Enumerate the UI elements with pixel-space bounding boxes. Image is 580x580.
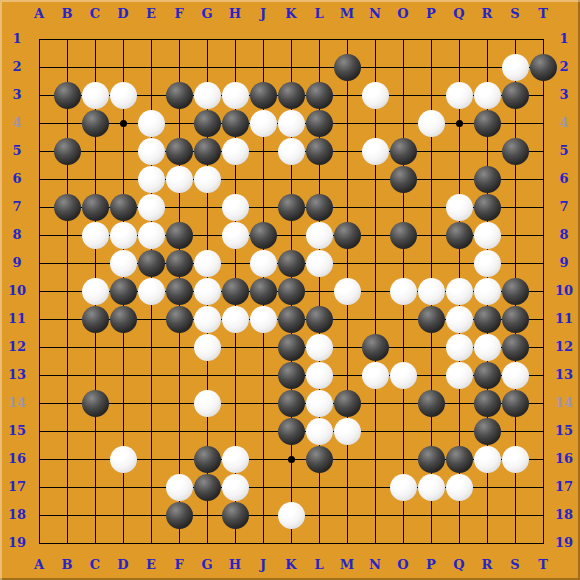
point-L9[interactable] (305, 249, 333, 277)
point-J11[interactable] (249, 305, 277, 333)
point-C8[interactable] (81, 221, 109, 249)
point-J4[interactable] (249, 109, 277, 137)
point-O15[interactable] (389, 417, 417, 445)
point-H17[interactable] (221, 473, 249, 501)
point-A14[interactable] (25, 389, 53, 417)
point-P19[interactable] (417, 529, 445, 557)
point-Q1[interactable] (445, 25, 473, 53)
point-O11[interactable] (389, 305, 417, 333)
point-M11[interactable] (333, 305, 361, 333)
point-H2[interactable] (221, 53, 249, 81)
point-C6[interactable] (81, 165, 109, 193)
point-N1[interactable] (361, 25, 389, 53)
point-O3[interactable] (389, 81, 417, 109)
point-C17[interactable] (81, 473, 109, 501)
point-G2[interactable] (193, 53, 221, 81)
point-A19[interactable] (25, 529, 53, 557)
point-Q19[interactable] (445, 529, 473, 557)
point-H19[interactable] (221, 529, 249, 557)
point-J14[interactable] (249, 389, 277, 417)
point-Q4[interactable] (445, 109, 473, 137)
point-A13[interactable] (25, 361, 53, 389)
point-K10[interactable] (277, 277, 305, 305)
point-R16[interactable] (473, 445, 501, 473)
point-B19[interactable] (53, 529, 81, 557)
point-N5[interactable] (361, 137, 389, 165)
point-L13[interactable] (305, 361, 333, 389)
point-R10[interactable] (473, 277, 501, 305)
point-M7[interactable] (333, 193, 361, 221)
point-N2[interactable] (361, 53, 389, 81)
point-C13[interactable] (81, 361, 109, 389)
point-N12[interactable] (361, 333, 389, 361)
point-L15[interactable] (305, 417, 333, 445)
point-L3[interactable] (305, 81, 333, 109)
point-E12[interactable] (137, 333, 165, 361)
point-D12[interactable] (109, 333, 137, 361)
point-A17[interactable] (25, 473, 53, 501)
point-A1[interactable] (25, 25, 53, 53)
point-C10[interactable] (81, 277, 109, 305)
point-Q18[interactable] (445, 501, 473, 529)
point-M4[interactable] (333, 109, 361, 137)
point-K4[interactable] (277, 109, 305, 137)
point-D18[interactable] (109, 501, 137, 529)
point-C5[interactable] (81, 137, 109, 165)
point-K9[interactable] (277, 249, 305, 277)
point-E15[interactable] (137, 417, 165, 445)
point-N19[interactable] (361, 529, 389, 557)
point-M18[interactable] (333, 501, 361, 529)
point-E16[interactable] (137, 445, 165, 473)
point-C18[interactable] (81, 501, 109, 529)
point-R2[interactable] (473, 53, 501, 81)
point-F18[interactable] (165, 501, 193, 529)
point-F14[interactable] (165, 389, 193, 417)
point-E4[interactable] (137, 109, 165, 137)
point-F8[interactable] (165, 221, 193, 249)
point-J1[interactable] (249, 25, 277, 53)
point-E5[interactable] (137, 137, 165, 165)
point-M17[interactable] (333, 473, 361, 501)
point-H15[interactable] (221, 417, 249, 445)
point-R13[interactable] (473, 361, 501, 389)
point-P6[interactable] (417, 165, 445, 193)
point-D19[interactable] (109, 529, 137, 557)
point-B5[interactable] (53, 137, 81, 165)
point-R19[interactable] (473, 529, 501, 557)
point-K3[interactable] (277, 81, 305, 109)
point-G7[interactable] (193, 193, 221, 221)
point-E10[interactable] (137, 277, 165, 305)
point-B16[interactable] (53, 445, 81, 473)
point-H14[interactable] (221, 389, 249, 417)
point-M9[interactable] (333, 249, 361, 277)
point-G16[interactable] (193, 445, 221, 473)
point-G1[interactable] (193, 25, 221, 53)
point-E3[interactable] (137, 81, 165, 109)
point-J3[interactable] (249, 81, 277, 109)
point-L8[interactable] (305, 221, 333, 249)
point-J9[interactable] (249, 249, 277, 277)
point-Q5[interactable] (445, 137, 473, 165)
point-Q14[interactable] (445, 389, 473, 417)
point-Q7[interactable] (445, 193, 473, 221)
point-Q2[interactable] (445, 53, 473, 81)
point-H4[interactable] (221, 109, 249, 137)
point-M13[interactable] (333, 361, 361, 389)
point-G9[interactable] (193, 249, 221, 277)
point-S19[interactable] (501, 529, 529, 557)
point-A10[interactable] (25, 277, 53, 305)
point-K7[interactable] (277, 193, 305, 221)
point-O19[interactable] (389, 529, 417, 557)
point-R5[interactable] (473, 137, 501, 165)
point-L6[interactable] (305, 165, 333, 193)
point-L14[interactable] (305, 389, 333, 417)
point-F19[interactable] (165, 529, 193, 557)
point-S13[interactable] (501, 361, 529, 389)
point-P17[interactable] (417, 473, 445, 501)
point-N11[interactable] (361, 305, 389, 333)
point-K16[interactable] (277, 445, 305, 473)
point-H8[interactable] (221, 221, 249, 249)
point-Q17[interactable] (445, 473, 473, 501)
point-A18[interactable] (25, 501, 53, 529)
point-S15[interactable] (501, 417, 529, 445)
point-L4[interactable] (305, 109, 333, 137)
point-S17[interactable] (501, 473, 529, 501)
point-M15[interactable] (333, 417, 361, 445)
point-P2[interactable] (417, 53, 445, 81)
point-P5[interactable] (417, 137, 445, 165)
point-H12[interactable] (221, 333, 249, 361)
point-H7[interactable] (221, 193, 249, 221)
point-H6[interactable] (221, 165, 249, 193)
point-N6[interactable] (361, 165, 389, 193)
point-S9[interactable] (501, 249, 529, 277)
point-R15[interactable] (473, 417, 501, 445)
point-H3[interactable] (221, 81, 249, 109)
point-P13[interactable] (417, 361, 445, 389)
point-K15[interactable] (277, 417, 305, 445)
point-A11[interactable] (25, 305, 53, 333)
point-R8[interactable] (473, 221, 501, 249)
point-E17[interactable] (137, 473, 165, 501)
point-M2[interactable] (333, 53, 361, 81)
point-S4[interactable] (501, 109, 529, 137)
point-O12[interactable] (389, 333, 417, 361)
point-A8[interactable] (25, 221, 53, 249)
point-N13[interactable] (361, 361, 389, 389)
point-O16[interactable] (389, 445, 417, 473)
point-P8[interactable] (417, 221, 445, 249)
point-Q15[interactable] (445, 417, 473, 445)
point-K11[interactable] (277, 305, 305, 333)
point-J19[interactable] (249, 529, 277, 557)
point-C4[interactable] (81, 109, 109, 137)
point-A15[interactable] (25, 417, 53, 445)
point-M3[interactable] (333, 81, 361, 109)
point-S1[interactable] (501, 25, 529, 53)
point-F5[interactable] (165, 137, 193, 165)
point-R18[interactable] (473, 501, 501, 529)
point-G10[interactable] (193, 277, 221, 305)
point-E19[interactable] (137, 529, 165, 557)
point-M10[interactable] (333, 277, 361, 305)
point-R11[interactable] (473, 305, 501, 333)
point-J18[interactable] (249, 501, 277, 529)
point-D2[interactable] (109, 53, 137, 81)
point-P18[interactable] (417, 501, 445, 529)
point-B8[interactable] (53, 221, 81, 249)
point-R17[interactable] (473, 473, 501, 501)
point-A7[interactable] (25, 193, 53, 221)
point-N8[interactable] (361, 221, 389, 249)
point-A6[interactable] (25, 165, 53, 193)
point-B13[interactable] (53, 361, 81, 389)
point-N3[interactable] (361, 81, 389, 109)
point-G5[interactable] (193, 137, 221, 165)
point-C19[interactable] (81, 529, 109, 557)
point-L19[interactable] (305, 529, 333, 557)
point-F6[interactable] (165, 165, 193, 193)
point-K13[interactable] (277, 361, 305, 389)
point-D4[interactable] (109, 109, 137, 137)
point-B18[interactable] (53, 501, 81, 529)
point-P4[interactable] (417, 109, 445, 137)
point-C2[interactable] (81, 53, 109, 81)
point-E11[interactable] (137, 305, 165, 333)
point-F15[interactable] (165, 417, 193, 445)
point-N17[interactable] (361, 473, 389, 501)
point-P16[interactable] (417, 445, 445, 473)
point-F4[interactable] (165, 109, 193, 137)
point-P15[interactable] (417, 417, 445, 445)
point-R3[interactable] (473, 81, 501, 109)
point-D3[interactable] (109, 81, 137, 109)
point-E1[interactable] (137, 25, 165, 53)
point-E14[interactable] (137, 389, 165, 417)
point-F2[interactable] (165, 53, 193, 81)
point-S2[interactable] (501, 53, 529, 81)
point-N18[interactable] (361, 501, 389, 529)
point-A4[interactable] (25, 109, 53, 137)
point-N7[interactable] (361, 193, 389, 221)
point-L5[interactable] (305, 137, 333, 165)
point-E9[interactable] (137, 249, 165, 277)
point-J6[interactable] (249, 165, 277, 193)
point-S10[interactable] (501, 277, 529, 305)
point-F3[interactable] (165, 81, 193, 109)
point-J13[interactable] (249, 361, 277, 389)
point-O17[interactable] (389, 473, 417, 501)
point-H11[interactable] (221, 305, 249, 333)
point-E6[interactable] (137, 165, 165, 193)
point-P14[interactable] (417, 389, 445, 417)
point-M5[interactable] (333, 137, 361, 165)
point-R4[interactable] (473, 109, 501, 137)
point-O13[interactable] (389, 361, 417, 389)
point-P10[interactable] (417, 277, 445, 305)
point-R12[interactable] (473, 333, 501, 361)
point-P9[interactable] (417, 249, 445, 277)
point-D14[interactable] (109, 389, 137, 417)
point-C9[interactable] (81, 249, 109, 277)
point-O7[interactable] (389, 193, 417, 221)
point-J15[interactable] (249, 417, 277, 445)
point-G18[interactable] (193, 501, 221, 529)
point-H5[interactable] (221, 137, 249, 165)
point-Q8[interactable] (445, 221, 473, 249)
point-O1[interactable] (389, 25, 417, 53)
point-P1[interactable] (417, 25, 445, 53)
point-F17[interactable] (165, 473, 193, 501)
point-M6[interactable] (333, 165, 361, 193)
point-G12[interactable] (193, 333, 221, 361)
point-B17[interactable] (53, 473, 81, 501)
point-S6[interactable] (501, 165, 529, 193)
point-G4[interactable] (193, 109, 221, 137)
point-D10[interactable] (109, 277, 137, 305)
point-A16[interactable] (25, 445, 53, 473)
point-Q16[interactable] (445, 445, 473, 473)
point-O2[interactable] (389, 53, 417, 81)
point-S3[interactable] (501, 81, 529, 109)
point-D15[interactable] (109, 417, 137, 445)
point-P7[interactable] (417, 193, 445, 221)
point-P12[interactable] (417, 333, 445, 361)
point-N14[interactable] (361, 389, 389, 417)
point-D7[interactable] (109, 193, 137, 221)
point-K2[interactable] (277, 53, 305, 81)
point-Q10[interactable] (445, 277, 473, 305)
point-B7[interactable] (53, 193, 81, 221)
point-B11[interactable] (53, 305, 81, 333)
point-K14[interactable] (277, 389, 305, 417)
point-S11[interactable] (501, 305, 529, 333)
point-F11[interactable] (165, 305, 193, 333)
point-D9[interactable] (109, 249, 137, 277)
point-K19[interactable] (277, 529, 305, 557)
point-H9[interactable] (221, 249, 249, 277)
point-J12[interactable] (249, 333, 277, 361)
point-K17[interactable] (277, 473, 305, 501)
point-M12[interactable] (333, 333, 361, 361)
point-H13[interactable] (221, 361, 249, 389)
point-Q11[interactable] (445, 305, 473, 333)
point-F13[interactable] (165, 361, 193, 389)
point-D16[interactable] (109, 445, 137, 473)
point-G19[interactable] (193, 529, 221, 557)
point-K8[interactable] (277, 221, 305, 249)
point-O6[interactable] (389, 165, 417, 193)
point-G8[interactable] (193, 221, 221, 249)
point-L16[interactable] (305, 445, 333, 473)
point-Q13[interactable] (445, 361, 473, 389)
point-Q3[interactable] (445, 81, 473, 109)
point-G15[interactable] (193, 417, 221, 445)
point-C1[interactable] (81, 25, 109, 53)
point-S7[interactable] (501, 193, 529, 221)
point-L2[interactable] (305, 53, 333, 81)
point-H18[interactable] (221, 501, 249, 529)
point-E8[interactable] (137, 221, 165, 249)
point-S14[interactable] (501, 389, 529, 417)
point-C12[interactable] (81, 333, 109, 361)
point-E7[interactable] (137, 193, 165, 221)
point-N9[interactable] (361, 249, 389, 277)
point-F7[interactable] (165, 193, 193, 221)
point-N16[interactable] (361, 445, 389, 473)
point-F16[interactable] (165, 445, 193, 473)
point-G3[interactable] (193, 81, 221, 109)
point-O18[interactable] (389, 501, 417, 529)
point-G14[interactable] (193, 389, 221, 417)
point-R7[interactable] (473, 193, 501, 221)
point-Q6[interactable] (445, 165, 473, 193)
point-M8[interactable] (333, 221, 361, 249)
point-Q9[interactable] (445, 249, 473, 277)
point-L7[interactable] (305, 193, 333, 221)
point-R14[interactable] (473, 389, 501, 417)
point-A9[interactable] (25, 249, 53, 277)
point-D17[interactable] (109, 473, 137, 501)
point-J10[interactable] (249, 277, 277, 305)
point-R6[interactable] (473, 165, 501, 193)
point-B12[interactable] (53, 333, 81, 361)
point-M1[interactable] (333, 25, 361, 53)
point-H10[interactable] (221, 277, 249, 305)
point-M14[interactable] (333, 389, 361, 417)
point-G17[interactable] (193, 473, 221, 501)
point-A3[interactable] (25, 81, 53, 109)
point-J7[interactable] (249, 193, 277, 221)
point-B4[interactable] (53, 109, 81, 137)
point-F10[interactable] (165, 277, 193, 305)
point-R1[interactable] (473, 25, 501, 53)
point-L17[interactable] (305, 473, 333, 501)
point-J8[interactable] (249, 221, 277, 249)
point-M16[interactable] (333, 445, 361, 473)
point-C3[interactable] (81, 81, 109, 109)
point-O5[interactable] (389, 137, 417, 165)
point-K12[interactable] (277, 333, 305, 361)
point-B1[interactable] (53, 25, 81, 53)
point-D5[interactable] (109, 137, 137, 165)
point-C16[interactable] (81, 445, 109, 473)
point-C14[interactable] (81, 389, 109, 417)
point-O4[interactable] (389, 109, 417, 137)
point-P3[interactable] (417, 81, 445, 109)
point-O9[interactable] (389, 249, 417, 277)
point-F1[interactable] (165, 25, 193, 53)
point-Q12[interactable] (445, 333, 473, 361)
point-S8[interactable] (501, 221, 529, 249)
point-N10[interactable] (361, 277, 389, 305)
point-O8[interactable] (389, 221, 417, 249)
point-H16[interactable] (221, 445, 249, 473)
point-R9[interactable] (473, 249, 501, 277)
point-B6[interactable] (53, 165, 81, 193)
point-G13[interactable] (193, 361, 221, 389)
point-E13[interactable] (137, 361, 165, 389)
point-G6[interactable] (193, 165, 221, 193)
point-G11[interactable] (193, 305, 221, 333)
point-S18[interactable] (501, 501, 529, 529)
point-B15[interactable] (53, 417, 81, 445)
point-B3[interactable] (53, 81, 81, 109)
